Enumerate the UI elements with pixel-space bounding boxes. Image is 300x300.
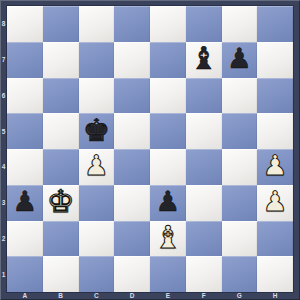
square-h2[interactable]	[257, 221, 293, 257]
square-f8[interactable]	[186, 6, 222, 42]
square-c2[interactable]	[79, 221, 115, 257]
square-a6[interactable]	[7, 78, 43, 114]
square-h5[interactable]	[257, 113, 293, 149]
square-f4[interactable]	[186, 149, 222, 185]
square-g3[interactable]	[222, 185, 258, 221]
square-e1[interactable]	[150, 256, 186, 292]
file-label-C: C	[79, 291, 115, 300]
square-a3[interactable]: ♟	[7, 185, 43, 221]
square-d7[interactable]	[114, 42, 150, 78]
file-label-B: B	[43, 291, 79, 300]
square-b5[interactable]	[43, 113, 79, 149]
square-f6[interactable]	[186, 78, 222, 114]
square-a8[interactable]	[7, 6, 43, 42]
chess-board-frame: ♝♟♚♟♟♟♚♟♟♝ 87654321 ABCDEFGH	[0, 0, 300, 300]
square-d3[interactable]	[114, 185, 150, 221]
square-g1[interactable]	[222, 256, 258, 292]
square-e3[interactable]: ♟	[150, 185, 186, 221]
file-label-E: E	[150, 291, 186, 300]
square-c1[interactable]	[79, 256, 115, 292]
file-label-D: D	[114, 291, 150, 300]
file-label-A: A	[7, 291, 43, 300]
rank-label-1: 1	[0, 256, 7, 292]
square-d1[interactable]	[114, 256, 150, 292]
rank-label-2: 2	[0, 221, 7, 257]
square-e6[interactable]	[150, 78, 186, 114]
square-g2[interactable]	[222, 221, 258, 257]
square-g8[interactable]	[222, 6, 258, 42]
file-label-F: F	[186, 291, 222, 300]
black-pawn-e3[interactable]: ♟	[155, 188, 180, 216]
square-a4[interactable]	[7, 149, 43, 185]
black-pawn-g7[interactable]: ♟	[227, 45, 252, 73]
square-g7[interactable]: ♟	[222, 42, 258, 78]
square-h7[interactable]	[257, 42, 293, 78]
square-f1[interactable]	[186, 256, 222, 292]
square-g4[interactable]	[222, 149, 258, 185]
square-f7[interactable]: ♝	[186, 42, 222, 78]
white-king-b3[interactable]: ♚	[47, 186, 75, 217]
rank-label-5: 5	[0, 113, 7, 149]
file-label-H: H	[257, 291, 293, 300]
square-h3[interactable]: ♟	[257, 185, 293, 221]
white-pawn-c4[interactable]: ♟	[84, 152, 109, 180]
square-h6[interactable]	[257, 78, 293, 114]
square-c6[interactable]	[79, 78, 115, 114]
square-a1[interactable]	[7, 256, 43, 292]
square-f3[interactable]	[186, 185, 222, 221]
square-b1[interactable]	[43, 256, 79, 292]
square-d5[interactable]	[114, 113, 150, 149]
square-h1[interactable]	[257, 256, 293, 292]
square-h8[interactable]	[257, 6, 293, 42]
square-f5[interactable]	[186, 113, 222, 149]
square-d4[interactable]	[114, 149, 150, 185]
square-d6[interactable]	[114, 78, 150, 114]
square-b7[interactable]	[43, 42, 79, 78]
square-e5[interactable]	[150, 113, 186, 149]
white-pawn-h4[interactable]: ♟	[263, 152, 288, 180]
black-pawn-a3[interactable]: ♟	[12, 188, 37, 216]
square-a2[interactable]	[7, 221, 43, 257]
square-e4[interactable]	[150, 149, 186, 185]
square-b2[interactable]	[43, 221, 79, 257]
square-a5[interactable]	[7, 113, 43, 149]
square-c5[interactable]: ♚	[79, 113, 115, 149]
square-d8[interactable]	[114, 6, 150, 42]
square-a7[interactable]	[7, 42, 43, 78]
square-f2[interactable]	[186, 221, 222, 257]
square-g6[interactable]	[222, 78, 258, 114]
black-bishop-f7[interactable]: ♝	[190, 43, 218, 74]
white-bishop-e2[interactable]: ♝	[154, 222, 182, 253]
square-c4[interactable]: ♟	[79, 149, 115, 185]
square-c7[interactable]	[79, 42, 115, 78]
square-b3[interactable]: ♚	[43, 185, 79, 221]
square-e7[interactable]	[150, 42, 186, 78]
square-b4[interactable]	[43, 149, 79, 185]
rank-label-6: 6	[0, 78, 7, 114]
square-c3[interactable]	[79, 185, 115, 221]
square-c8[interactable]	[79, 6, 115, 42]
white-pawn-h3[interactable]: ♟	[263, 188, 288, 216]
black-king-c5[interactable]: ♚	[82, 115, 110, 146]
square-e2[interactable]: ♝	[150, 221, 186, 257]
square-b8[interactable]	[43, 6, 79, 42]
square-g5[interactable]	[222, 113, 258, 149]
chess-board: ♝♟♚♟♟♟♚♟♟♝	[7, 6, 293, 292]
file-label-G: G	[222, 291, 258, 300]
rank-label-8: 8	[0, 6, 7, 42]
square-b6[interactable]	[43, 78, 79, 114]
square-e8[interactable]	[150, 6, 186, 42]
rank-label-4: 4	[0, 149, 7, 185]
rank-label-3: 3	[0, 185, 7, 221]
rank-label-7: 7	[0, 42, 7, 78]
square-d2[interactable]	[114, 221, 150, 257]
square-h4[interactable]: ♟	[257, 149, 293, 185]
